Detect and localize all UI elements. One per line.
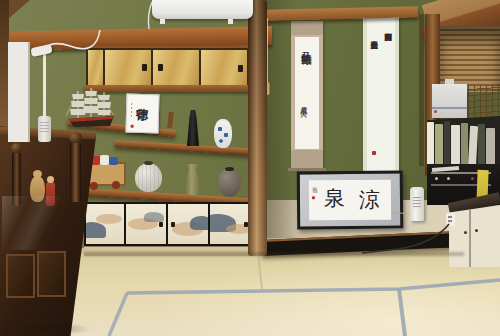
cables	[0, 0, 500, 336]
floor-shadow-strip	[84, 252, 464, 256]
japanese-room-photo: 及時當勉勵 歳月不待人 百川東到海何時復西歸 少壯不努力老大徒傷悲	[0, 0, 500, 336]
